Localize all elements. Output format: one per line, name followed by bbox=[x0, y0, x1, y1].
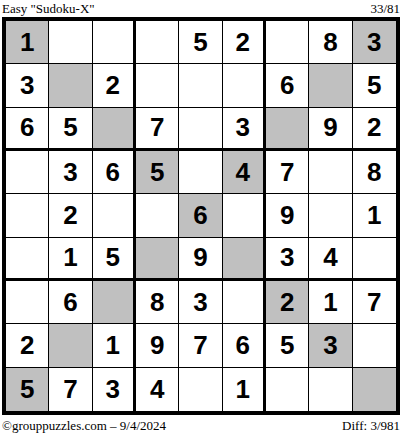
cell-r9c9[interactable] bbox=[353, 368, 396, 411]
cell-r5c1[interactable] bbox=[6, 194, 49, 237]
cell-r9c6[interactable]: 1 bbox=[223, 368, 266, 411]
cell-r1c7[interactable] bbox=[266, 21, 309, 64]
cell-r6c3[interactable]: 5 bbox=[93, 238, 136, 281]
cell-r3c4[interactable]: 7 bbox=[136, 108, 179, 151]
cell-r2c5[interactable] bbox=[179, 64, 222, 107]
cell-r8c2[interactable] bbox=[49, 324, 92, 367]
cell-r8c7[interactable]: 5 bbox=[266, 324, 309, 367]
cell-r3c8[interactable]: 9 bbox=[309, 108, 352, 151]
cell-r1c1[interactable]: 1 bbox=[6, 21, 49, 64]
puzzle-title: Easy "Sudoku-X" bbox=[2, 1, 95, 17]
cell-r8c1[interactable]: 2 bbox=[6, 324, 49, 367]
cell-r7c4[interactable]: 8 bbox=[136, 281, 179, 324]
cell-r7c9[interactable]: 7 bbox=[353, 281, 396, 324]
cell-r4c2[interactable]: 3 bbox=[49, 151, 92, 194]
cell-r6c7[interactable]: 3 bbox=[266, 238, 309, 281]
cell-r2c9[interactable]: 5 bbox=[353, 64, 396, 107]
cell-r4c4[interactable]: 5 bbox=[136, 151, 179, 194]
cell-r3c7[interactable] bbox=[266, 108, 309, 151]
cell-r2c6[interactable] bbox=[223, 64, 266, 107]
cell-r7c1[interactable] bbox=[6, 281, 49, 324]
cell-r5c2[interactable]: 2 bbox=[49, 194, 92, 237]
cell-r6c9[interactable] bbox=[353, 238, 396, 281]
cell-r2c3[interactable]: 2 bbox=[93, 64, 136, 107]
cell-r5c4[interactable] bbox=[136, 194, 179, 237]
cell-r3c6[interactable]: 3 bbox=[223, 108, 266, 151]
cell-r4c7[interactable]: 7 bbox=[266, 151, 309, 194]
cell-r2c7[interactable]: 6 bbox=[266, 64, 309, 107]
cell-r1c9[interactable]: 3 bbox=[353, 21, 396, 64]
cell-r6c2[interactable]: 1 bbox=[49, 238, 92, 281]
cell-r7c7[interactable]: 2 bbox=[266, 281, 309, 324]
cell-r9c5[interactable] bbox=[179, 368, 222, 411]
cell-r9c1[interactable]: 5 bbox=[6, 368, 49, 411]
cell-r2c4[interactable] bbox=[136, 64, 179, 107]
cell-r9c2[interactable]: 7 bbox=[49, 368, 92, 411]
cell-r2c2[interactable] bbox=[49, 64, 92, 107]
cell-r5c6[interactable] bbox=[223, 194, 266, 237]
cell-r3c5[interactable] bbox=[179, 108, 222, 151]
cell-r9c3[interactable]: 3 bbox=[93, 368, 136, 411]
cell-r5c7[interactable]: 9 bbox=[266, 194, 309, 237]
cell-r1c5[interactable]: 5 bbox=[179, 21, 222, 64]
cell-r9c7[interactable] bbox=[266, 368, 309, 411]
cell-r8c4[interactable]: 9 bbox=[136, 324, 179, 367]
cell-r5c5[interactable]: 6 bbox=[179, 194, 222, 237]
cell-r4c1[interactable] bbox=[6, 151, 49, 194]
cell-r4c6[interactable]: 4 bbox=[223, 151, 266, 194]
puzzle-page: Easy "Sudoku-X" 33/81 152833265657392365… bbox=[0, 0, 402, 437]
cell-r7c2[interactable]: 6 bbox=[49, 281, 92, 324]
cell-r4c9[interactable]: 8 bbox=[353, 151, 396, 194]
cell-r1c3[interactable] bbox=[93, 21, 136, 64]
cell-r8c6[interactable]: 6 bbox=[223, 324, 266, 367]
cell-r2c8[interactable] bbox=[309, 64, 352, 107]
footer: ©grouppuzzles.com – 9/4/2024 Diff: 3/981 bbox=[0, 415, 402, 434]
cell-r1c4[interactable] bbox=[136, 21, 179, 64]
cell-r7c3[interactable] bbox=[93, 281, 136, 324]
cell-r8c8[interactable]: 3 bbox=[309, 324, 352, 367]
cells-counter: 33/81 bbox=[370, 1, 400, 17]
cell-r1c2[interactable] bbox=[49, 21, 92, 64]
cell-r7c6[interactable] bbox=[223, 281, 266, 324]
cell-r5c9[interactable]: 1 bbox=[353, 194, 396, 237]
cell-r9c8[interactable] bbox=[309, 368, 352, 411]
cell-r6c5[interactable]: 9 bbox=[179, 238, 222, 281]
cell-r3c3[interactable] bbox=[93, 108, 136, 151]
cell-r1c8[interactable]: 8 bbox=[309, 21, 352, 64]
cell-r4c5[interactable] bbox=[179, 151, 222, 194]
cell-r8c5[interactable]: 7 bbox=[179, 324, 222, 367]
cell-r6c4[interactable] bbox=[136, 238, 179, 281]
cell-r5c3[interactable] bbox=[93, 194, 136, 237]
cell-r5c8[interactable] bbox=[309, 194, 352, 237]
cell-r2c1[interactable]: 3 bbox=[6, 64, 49, 107]
header: Easy "Sudoku-X" 33/81 bbox=[0, 0, 402, 17]
difficulty-label: Diff: 3/981 bbox=[342, 418, 400, 434]
cell-r7c5[interactable]: 3 bbox=[179, 281, 222, 324]
cell-r9c4[interactable]: 4 bbox=[136, 368, 179, 411]
cell-r8c9[interactable] bbox=[353, 324, 396, 367]
cell-r8c3[interactable]: 1 bbox=[93, 324, 136, 367]
cell-r1c6[interactable]: 2 bbox=[223, 21, 266, 64]
copyright-credit: ©grouppuzzles.com – 9/4/2024 bbox=[2, 418, 166, 434]
sudoku-board: 1528332656573923654782691159346832172197… bbox=[2, 17, 400, 415]
cell-r4c8[interactable] bbox=[309, 151, 352, 194]
cell-r3c2[interactable]: 5 bbox=[49, 108, 92, 151]
cell-r3c9[interactable]: 2 bbox=[353, 108, 396, 151]
cell-r6c6[interactable] bbox=[223, 238, 266, 281]
cell-r6c8[interactable]: 4 bbox=[309, 238, 352, 281]
cell-r3c1[interactable]: 6 bbox=[6, 108, 49, 151]
cell-r4c3[interactable]: 6 bbox=[93, 151, 136, 194]
cell-r6c1[interactable] bbox=[6, 238, 49, 281]
cell-r7c8[interactable]: 1 bbox=[309, 281, 352, 324]
